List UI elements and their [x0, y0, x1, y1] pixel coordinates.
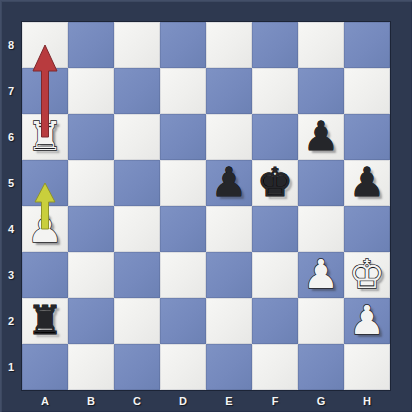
- square-g1[interactable]: [298, 344, 344, 390]
- square-d3[interactable]: [160, 252, 206, 298]
- square-e4[interactable]: [206, 206, 252, 252]
- square-g8[interactable]: [298, 22, 344, 68]
- rank-label-5: 5: [0, 160, 22, 206]
- rank-label-1: 1: [0, 344, 22, 390]
- square-h4[interactable]: [344, 206, 390, 252]
- square-h2[interactable]: ♟: [344, 298, 390, 344]
- square-c3[interactable]: [114, 252, 160, 298]
- square-a4[interactable]: ♟: [22, 206, 68, 252]
- square-c4[interactable]: [114, 206, 160, 252]
- file-label-F: F: [252, 390, 298, 412]
- file-label-C: C: [114, 390, 160, 412]
- square-h6[interactable]: [344, 114, 390, 160]
- square-b5[interactable]: [68, 160, 114, 206]
- square-e3[interactable]: [206, 252, 252, 298]
- square-b7[interactable]: [68, 68, 114, 114]
- square-a7[interactable]: [22, 68, 68, 114]
- square-b6[interactable]: [68, 114, 114, 160]
- rank-label-7: 7: [0, 68, 22, 114]
- square-e8[interactable]: [206, 22, 252, 68]
- square-c5[interactable]: [114, 160, 160, 206]
- square-e6[interactable]: [206, 114, 252, 160]
- chess-diagram: ♜♟♟♚♟♟♟♚♜♟ 87654321 ABCDEFGH: [0, 0, 412, 412]
- square-f7[interactable]: [252, 68, 298, 114]
- black-rook-a2[interactable]: ♜: [22, 298, 68, 344]
- file-label-B: B: [68, 390, 114, 412]
- black-king-f5[interactable]: ♚: [252, 160, 298, 206]
- square-g7[interactable]: [298, 68, 344, 114]
- square-d4[interactable]: [160, 206, 206, 252]
- square-g4[interactable]: [298, 206, 344, 252]
- black-pawn-e5[interactable]: ♟: [206, 160, 252, 206]
- rank-label-2: 2: [0, 298, 22, 344]
- white-pawn-a4[interactable]: ♟: [22, 206, 68, 252]
- square-h7[interactable]: [344, 68, 390, 114]
- square-f2[interactable]: [252, 298, 298, 344]
- file-label-D: D: [160, 390, 206, 412]
- file-label-E: E: [206, 390, 252, 412]
- square-f4[interactable]: [252, 206, 298, 252]
- rank-label-6: 6: [0, 114, 22, 160]
- square-d1[interactable]: [160, 344, 206, 390]
- square-g6[interactable]: ♟: [298, 114, 344, 160]
- square-c1[interactable]: [114, 344, 160, 390]
- square-b4[interactable]: [68, 206, 114, 252]
- square-d5[interactable]: [160, 160, 206, 206]
- square-f8[interactable]: [252, 22, 298, 68]
- square-a6[interactable]: ♜: [22, 114, 68, 160]
- square-f6[interactable]: [252, 114, 298, 160]
- square-h1[interactable]: [344, 344, 390, 390]
- square-h5[interactable]: ♟: [344, 160, 390, 206]
- square-c2[interactable]: [114, 298, 160, 344]
- rank-label-4: 4: [0, 206, 22, 252]
- square-a3[interactable]: [22, 252, 68, 298]
- file-label-A: A: [22, 390, 68, 412]
- rank-label-8: 8: [0, 22, 22, 68]
- square-f3[interactable]: [252, 252, 298, 298]
- file-label-H: H: [344, 390, 390, 412]
- square-f5[interactable]: ♚: [252, 160, 298, 206]
- square-d8[interactable]: [160, 22, 206, 68]
- square-g2[interactable]: [298, 298, 344, 344]
- square-h3[interactable]: ♚: [344, 252, 390, 298]
- square-g3[interactable]: ♟: [298, 252, 344, 298]
- white-pawn-g3[interactable]: ♟: [298, 252, 344, 298]
- rank-label-3: 3: [0, 252, 22, 298]
- square-c7[interactable]: [114, 68, 160, 114]
- square-e1[interactable]: [206, 344, 252, 390]
- square-g5[interactable]: [298, 160, 344, 206]
- white-king-h3[interactable]: ♚: [344, 252, 390, 298]
- square-e5[interactable]: ♟: [206, 160, 252, 206]
- square-e2[interactable]: [206, 298, 252, 344]
- square-e7[interactable]: [206, 68, 252, 114]
- square-a1[interactable]: [22, 344, 68, 390]
- square-c8[interactable]: [114, 22, 160, 68]
- square-a8[interactable]: [22, 22, 68, 68]
- square-c6[interactable]: [114, 114, 160, 160]
- file-label-G: G: [298, 390, 344, 412]
- square-b3[interactable]: [68, 252, 114, 298]
- black-pawn-g6[interactable]: ♟: [298, 114, 344, 160]
- square-b1[interactable]: [68, 344, 114, 390]
- square-a5[interactable]: [22, 160, 68, 206]
- chess-board: ♜♟♟♚♟♟♟♚♜♟: [22, 22, 390, 390]
- white-pawn-h2[interactable]: ♟: [344, 298, 390, 344]
- square-h8[interactable]: [344, 22, 390, 68]
- square-a2[interactable]: ♜: [22, 298, 68, 344]
- square-f1[interactable]: [252, 344, 298, 390]
- square-b8[interactable]: [68, 22, 114, 68]
- square-d2[interactable]: [160, 298, 206, 344]
- square-b2[interactable]: [68, 298, 114, 344]
- black-pawn-h5[interactable]: ♟: [344, 160, 390, 206]
- square-d6[interactable]: [160, 114, 206, 160]
- square-d7[interactable]: [160, 68, 206, 114]
- white-rook-a6[interactable]: ♜: [22, 114, 68, 160]
